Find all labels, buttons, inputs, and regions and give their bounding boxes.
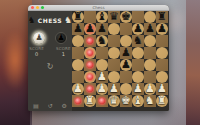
redo-arrow-icon: ↻ [47, 62, 54, 71]
white-player-avatar: ♟ [33, 32, 45, 44]
app-title: CHESS [38, 17, 62, 24]
black-king-e8[interactable]: ♚ [121, 11, 131, 23]
square-c6[interactable]: ♞ [96, 35, 108, 47]
app-brand: ♞ CHESS ♞ [28, 16, 72, 25]
chess-board[interactable]: ♜♝♛♚♜♟♟♟♟♟♟♞♞♟♟♟♟♟♟♟♟♟♜♛♚♝♞♜ [72, 11, 168, 107]
square-g5[interactable] [144, 47, 156, 59]
move-hint-dot[interactable] [99, 98, 105, 104]
square-a7[interactable]: ♟ [72, 23, 84, 35]
square-d8[interactable]: ♛ [108, 11, 120, 23]
square-f5[interactable] [132, 47, 144, 59]
black-knight-c6[interactable]: ♞ [97, 35, 107, 47]
black-queen-d8[interactable]: ♛ [109, 11, 119, 23]
square-e4[interactable]: ♟ [120, 59, 132, 71]
white-king-e1[interactable]: ♚ [121, 95, 131, 107]
black-pawn-e4[interactable]: ♟ [121, 59, 131, 71]
square-e1[interactable]: ♚ [120, 95, 132, 107]
sidebar-footer: ▤ ↺ ⚙ [28, 103, 72, 109]
wallpaper-right-cliff [186, 0, 200, 125]
square-a2[interactable]: ♟ [72, 83, 84, 95]
square-f4[interactable] [132, 59, 144, 71]
square-b4[interactable] [84, 59, 96, 71]
square-d1[interactable]: ♛ [108, 95, 120, 107]
black-avatar-piece-icon: ♟ [57, 34, 64, 42]
white-stat-value: 0 [29, 51, 44, 58]
white-queen-d1[interactable]: ♛ [109, 95, 119, 107]
white-pawn-c2[interactable]: ♟ [97, 83, 107, 95]
square-h6[interactable] [156, 35, 168, 47]
white-avatar-piece-icon: ♟ [35, 34, 42, 42]
chess-window: Chess ♞ CHESS ♞ ♟ ♟ SCORE 0 [28, 5, 169, 111]
square-c5[interactable] [96, 47, 108, 59]
square-g1[interactable]: ♞ [144, 95, 156, 107]
white-rook-b1[interactable]: ♜ [85, 95, 95, 107]
black-pawn-a7[interactable]: ♟ [73, 23, 83, 35]
square-c1[interactable] [96, 95, 108, 107]
white-knight-g1[interactable]: ♞ [145, 95, 155, 107]
wallpaper-orange-glow [2, 30, 28, 90]
white-pawn-a2[interactable]: ♟ [73, 83, 83, 95]
black-player-stat: SCORE 1 [56, 47, 71, 58]
square-b5[interactable] [84, 47, 96, 59]
black-knight-logo-icon: ♞ [28, 16, 36, 25]
undo-icon[interactable]: ↺ [48, 103, 53, 109]
square-c2[interactable]: ♟ [96, 83, 108, 95]
square-g6[interactable] [144, 35, 156, 47]
hint-undo-button[interactable]: ↻ [28, 63, 72, 71]
white-player-stat: SCORE 0 [29, 47, 44, 58]
square-e3[interactable] [120, 71, 132, 83]
square-h5[interactable] [156, 47, 168, 59]
square-a4[interactable] [72, 59, 84, 71]
square-b7[interactable]: ♟ [84, 23, 96, 35]
square-h7[interactable]: ♟ [156, 23, 168, 35]
black-pawn-h7[interactable]: ♟ [157, 23, 167, 35]
white-rook-h1[interactable]: ♜ [157, 95, 167, 107]
square-b1[interactable]: ♜ [84, 95, 96, 107]
square-d4[interactable] [108, 59, 120, 71]
sidebar: ♞ CHESS ♞ ♟ ♟ SCORE 0 SCORE 1 [28, 11, 72, 111]
square-a5[interactable] [72, 47, 84, 59]
square-g7[interactable]: ♟ [144, 23, 156, 35]
board-area: ♜♝♛♚♜♟♟♟♟♟♟♞♞♟♟♟♟♟♟♟♟♟♜♛♚♝♞♜ [72, 11, 169, 111]
square-e8[interactable]: ♚ [120, 11, 132, 23]
move-hint-dot[interactable] [87, 38, 93, 44]
square-d6[interactable] [108, 35, 120, 47]
square-b3[interactable] [84, 71, 96, 83]
square-f1[interactable]: ♝ [132, 95, 144, 107]
square-d7[interactable] [108, 23, 120, 35]
square-b6[interactable] [84, 35, 96, 47]
move-hint-dot[interactable] [87, 62, 93, 68]
square-h1[interactable]: ♜ [156, 95, 168, 107]
square-g4[interactable] [144, 59, 156, 71]
move-hint-dot[interactable] [75, 98, 81, 104]
square-f6[interactable]: ♞ [132, 35, 144, 47]
black-player-avatar: ♟ [55, 32, 67, 44]
black-knight-f6[interactable]: ♞ [133, 35, 143, 47]
black-pawn-g7[interactable]: ♟ [145, 23, 155, 35]
black-stat-value: 1 [56, 51, 71, 58]
square-h4[interactable] [156, 59, 168, 71]
move-hint-dot[interactable] [87, 86, 93, 92]
square-e7[interactable] [120, 23, 132, 35]
menu-icon[interactable]: ▤ [33, 103, 39, 109]
move-hint-dot[interactable] [87, 74, 93, 80]
white-bishop-f1[interactable]: ♝ [133, 95, 143, 107]
move-hint-dot[interactable] [87, 50, 93, 56]
square-d5[interactable] [108, 47, 120, 59]
square-a6[interactable] [72, 35, 84, 47]
square-a1[interactable] [72, 95, 84, 107]
settings-icon[interactable]: ⚙ [62, 103, 67, 109]
black-pawn-b7[interactable]: ♟ [85, 23, 95, 35]
